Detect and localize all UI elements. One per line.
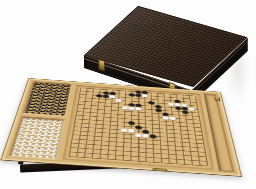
stone-tray-column xyxy=(8,81,73,160)
board-cell xyxy=(203,163,211,168)
black-stone: ● xyxy=(148,133,157,139)
go-set-product-photo: ●●●●●●●●●●●●●●●●●●●●●●●●●●●●●●●●●●●●●● xyxy=(0,0,256,189)
brass-hinge-icon xyxy=(153,168,168,172)
white-stone: ● xyxy=(114,98,123,103)
board-cell: ● xyxy=(149,134,156,139)
star-point xyxy=(93,144,95,145)
board-cell xyxy=(127,158,135,163)
go-board: ●●●●●●●●●●●●●●●●●●●●●●●●●●●●●●●●●●●●●● xyxy=(62,85,214,170)
white-stone: ● xyxy=(141,93,149,98)
board-cell xyxy=(119,157,127,162)
brass-latch-icon xyxy=(214,97,220,102)
star-point xyxy=(179,125,181,126)
board-cell: ● xyxy=(135,106,142,110)
board-cell xyxy=(135,158,143,163)
board-cell: ● xyxy=(142,94,149,98)
brass-clasp-icon xyxy=(98,59,104,72)
black-stone-tray xyxy=(22,81,73,117)
board-cell: ● xyxy=(169,116,176,120)
star-point xyxy=(95,120,97,121)
board-cell xyxy=(142,159,150,164)
star-point xyxy=(182,150,184,151)
open-go-board-set: ●●●●●●●●●●●●●●●●●●●●●●●●●●●●●●●●●●●●●● xyxy=(0,78,242,177)
white-stone: ● xyxy=(134,106,143,111)
star-point xyxy=(137,147,139,148)
go-grid-19x19: ●●●●●●●●●●●●●●●●●●●●●●●●●●●●●●●●●●●●●● xyxy=(65,86,212,168)
white-stone-tray xyxy=(8,116,66,160)
white-stone: ● xyxy=(168,115,177,120)
star-point xyxy=(98,98,100,99)
board-cell: ● xyxy=(115,98,122,102)
board-cell: ● xyxy=(182,110,189,114)
black-stone: ● xyxy=(181,109,190,114)
